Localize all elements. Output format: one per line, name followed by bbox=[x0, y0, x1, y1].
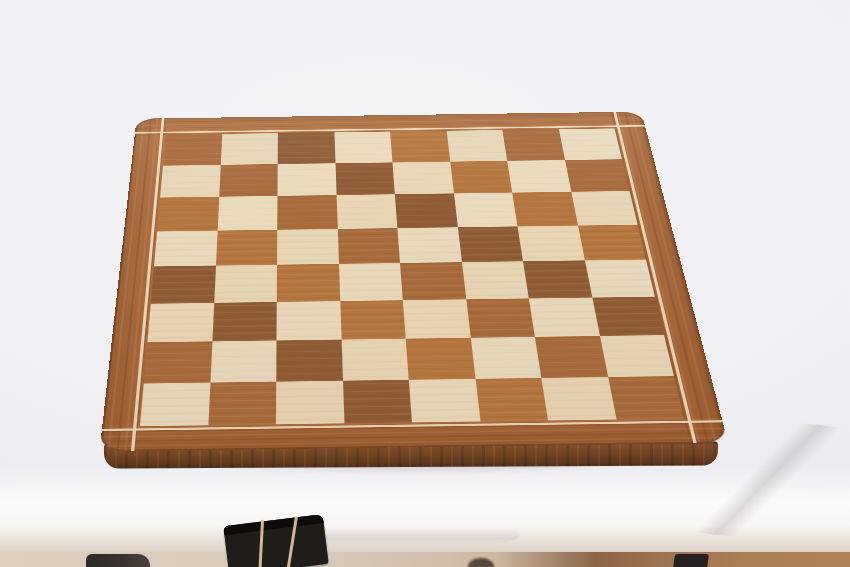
square-r4c3 bbox=[277, 229, 338, 265]
square-r7c5 bbox=[406, 338, 475, 380]
square-r6c6 bbox=[466, 298, 535, 338]
square-r2c1 bbox=[160, 165, 220, 198]
dark-object-left bbox=[86, 554, 150, 567]
product-photo bbox=[0, 0, 850, 567]
square-r4c5 bbox=[397, 227, 461, 263]
square-r8c1 bbox=[140, 382, 210, 426]
square-r7c6 bbox=[470, 337, 541, 379]
square-r7c2 bbox=[210, 340, 277, 382]
square-r4c2 bbox=[216, 229, 278, 265]
square-r1c7 bbox=[502, 129, 564, 160]
square-r4c6 bbox=[457, 226, 523, 262]
square-r5c3 bbox=[277, 264, 340, 302]
square-r8c6 bbox=[475, 378, 548, 422]
square-r1c8 bbox=[558, 128, 621, 159]
square-r7c8 bbox=[599, 335, 673, 377]
square-r4c7 bbox=[517, 225, 584, 261]
square-r6c1 bbox=[147, 303, 213, 343]
square-r8c2 bbox=[208, 381, 276, 425]
square-r1c4 bbox=[334, 132, 392, 163]
square-r3c2 bbox=[217, 196, 277, 230]
square-r1c6 bbox=[446, 130, 507, 161]
square-r1c1 bbox=[163, 134, 222, 166]
square-r6c2 bbox=[212, 302, 277, 342]
square-r8c4 bbox=[342, 379, 411, 423]
square-r5c4 bbox=[339, 263, 403, 301]
chess-board bbox=[100, 112, 729, 452]
square-r8c3 bbox=[276, 380, 344, 424]
square-r3c7 bbox=[512, 192, 577, 226]
square-r5c5 bbox=[400, 262, 466, 300]
square-r2c4 bbox=[335, 162, 395, 195]
board-squares bbox=[140, 128, 684, 426]
square-r8c8 bbox=[608, 376, 685, 420]
square-r7c1 bbox=[144, 341, 212, 383]
chess-board-3d bbox=[100, 112, 729, 452]
square-r2c7 bbox=[507, 160, 571, 193]
square-r3c6 bbox=[454, 193, 518, 227]
square-r2c6 bbox=[450, 161, 512, 194]
square-r7c4 bbox=[341, 339, 409, 381]
square-r4c1 bbox=[154, 230, 217, 266]
square-r6c5 bbox=[403, 299, 471, 339]
square-r2c5 bbox=[392, 161, 453, 194]
square-r2c3 bbox=[277, 163, 336, 196]
square-r8c7 bbox=[541, 377, 616, 421]
square-r1c2 bbox=[220, 133, 278, 164]
square-r3c1 bbox=[157, 197, 219, 231]
square-r5c8 bbox=[584, 260, 654, 298]
square-r5c2 bbox=[214, 265, 277, 303]
square-r7c7 bbox=[535, 336, 608, 378]
square-r3c5 bbox=[395, 193, 458, 227]
square-r2c8 bbox=[565, 159, 630, 192]
square-r4c8 bbox=[578, 224, 646, 260]
square-r6c7 bbox=[529, 297, 600, 337]
square-r6c3 bbox=[276, 301, 341, 341]
square-r1c3 bbox=[278, 132, 335, 163]
square-r2c2 bbox=[219, 164, 278, 197]
square-r7c3 bbox=[276, 340, 342, 382]
square-r6c4 bbox=[340, 300, 406, 340]
square-r6c8 bbox=[592, 296, 664, 336]
square-r4c4 bbox=[337, 228, 400, 264]
chess-board-wrap bbox=[96, 0, 704, 567]
square-r5c6 bbox=[461, 261, 528, 299]
dark-strap-right bbox=[673, 554, 709, 567]
square-r3c8 bbox=[571, 191, 638, 225]
square-r1c5 bbox=[390, 131, 450, 162]
square-r3c3 bbox=[277, 195, 337, 229]
square-r5c1 bbox=[151, 266, 216, 304]
square-r5c7 bbox=[523, 260, 592, 298]
square-r8c5 bbox=[409, 379, 480, 423]
square-r3c4 bbox=[336, 194, 397, 228]
